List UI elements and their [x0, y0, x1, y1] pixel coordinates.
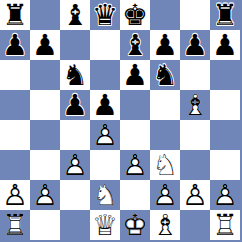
- square-e5[interactable]: [120, 90, 150, 120]
- square-e2[interactable]: [120, 180, 150, 210]
- square-g4[interactable]: [180, 120, 210, 150]
- square-g6[interactable]: [180, 60, 210, 90]
- square-d4[interactable]: ♟♙: [90, 120, 120, 150]
- black-bishop-icon[interactable]: ♝: [120, 30, 150, 60]
- black-bishop-fill: ♝: [120, 30, 150, 60]
- black-pawn-fill: ♟: [90, 90, 120, 120]
- black-knight-icon[interactable]: ♞: [150, 60, 180, 90]
- square-f2[interactable]: ♟♙: [150, 180, 180, 210]
- white-bishop-outline: ♗: [150, 210, 180, 240]
- square-d6[interactable]: [90, 60, 120, 90]
- white-queen-icon[interactable]: ♛♕: [90, 210, 120, 240]
- square-f5[interactable]: [150, 90, 180, 120]
- square-d5[interactable]: ♟: [90, 90, 120, 120]
- white-pawn-outline: ♙: [210, 180, 240, 210]
- black-queen-icon[interactable]: ♛: [90, 0, 120, 30]
- white-pawn-icon[interactable]: ♟♙: [150, 180, 180, 210]
- square-h7[interactable]: ♟: [210, 30, 240, 60]
- white-knight-icon[interactable]: ♞♘: [90, 180, 120, 210]
- black-pawn-fill: ♟: [180, 30, 210, 60]
- square-c4[interactable]: [60, 120, 90, 150]
- square-a7[interactable]: ♟: [0, 30, 30, 60]
- square-h5[interactable]: [210, 90, 240, 120]
- square-a8[interactable]: ♜: [0, 0, 30, 30]
- white-knight-outline: ♘: [150, 150, 180, 180]
- black-pawn-icon[interactable]: ♟: [180, 30, 210, 60]
- square-c5[interactable]: ♟: [60, 90, 90, 120]
- black-rook-fill: ♜: [0, 0, 30, 30]
- square-g7[interactable]: ♟: [180, 30, 210, 60]
- square-c3[interactable]: ♟♙: [60, 150, 90, 180]
- square-e3[interactable]: ♟♙: [120, 150, 150, 180]
- square-b4[interactable]: [30, 120, 60, 150]
- square-b7[interactable]: ♟: [30, 30, 60, 60]
- white-queen-outline: ♕: [90, 210, 120, 240]
- square-f7[interactable]: ♟: [150, 30, 180, 60]
- square-d2[interactable]: ♞♘: [90, 180, 120, 210]
- square-h8[interactable]: ♜: [210, 0, 240, 30]
- square-d8[interactable]: ♛: [90, 0, 120, 30]
- black-pawn-icon[interactable]: ♟: [150, 30, 180, 60]
- square-a5[interactable]: [0, 90, 30, 120]
- square-c1[interactable]: [60, 210, 90, 240]
- white-pawn-icon[interactable]: ♟♙: [180, 180, 210, 210]
- black-pawn-icon[interactable]: ♟: [30, 30, 60, 60]
- black-knight-icon[interactable]: ♞: [60, 60, 90, 90]
- chess-board: ♜♝♛♚♜♟♟♝♟♟♟♞♟♞♟♟♝♗♟♙♟♙♟♙♞♘♟♙♟♙♞♘♟♙♟♙♟♙♜♖…: [0, 0, 242, 242]
- square-c8[interactable]: ♝: [60, 0, 90, 30]
- square-c6[interactable]: ♞: [60, 60, 90, 90]
- black-pawn-fill: ♟: [150, 30, 180, 60]
- square-h6[interactable]: [210, 60, 240, 90]
- board-grid: ♜♝♛♚♜♟♟♝♟♟♟♞♟♞♟♟♝♗♟♙♟♙♟♙♞♘♟♙♟♙♞♘♟♙♟♙♟♙♜♖…: [0, 0, 240, 240]
- square-b3[interactable]: [30, 150, 60, 180]
- white-bishop-outline: ♗: [180, 90, 210, 120]
- black-pawn-fill: ♟: [210, 30, 240, 60]
- square-h2[interactable]: ♟♙: [210, 180, 240, 210]
- black-rook-fill: ♜: [210, 0, 240, 30]
- square-a4[interactable]: [0, 120, 30, 150]
- square-b8[interactable]: [30, 0, 60, 30]
- square-f6[interactable]: ♞: [150, 60, 180, 90]
- square-g3[interactable]: [180, 150, 210, 180]
- square-f3[interactable]: ♞♘: [150, 150, 180, 180]
- square-a2[interactable]: ♟♙: [0, 180, 30, 210]
- square-b6[interactable]: [30, 60, 60, 90]
- black-pawn-fill: ♟: [60, 90, 90, 120]
- square-b5[interactable]: [30, 90, 60, 120]
- black-pawn-icon[interactable]: ♟: [0, 30, 30, 60]
- black-queen-fill: ♛: [90, 0, 120, 30]
- white-pawn-outline: ♙: [90, 120, 120, 150]
- square-h4[interactable]: [210, 120, 240, 150]
- square-f4[interactable]: [150, 120, 180, 150]
- white-pawn-outline: ♙: [60, 150, 90, 180]
- square-b2[interactable]: ♟♙: [30, 180, 60, 210]
- black-knight-fill: ♞: [60, 60, 90, 90]
- white-pawn-outline: ♙: [120, 150, 150, 180]
- black-king-fill: ♚: [120, 0, 150, 30]
- white-bishop-icon[interactable]: ♝♗: [180, 90, 210, 120]
- white-king-outline: ♔: [120, 210, 150, 240]
- white-rook-outline: ♖: [0, 210, 30, 240]
- white-pawn-icon[interactable]: ♟♙: [120, 150, 150, 180]
- square-b1[interactable]: [30, 210, 60, 240]
- white-pawn-icon[interactable]: ♟♙: [210, 180, 240, 210]
- black-pawn-icon[interactable]: ♟: [60, 90, 90, 120]
- square-c2[interactable]: [60, 180, 90, 210]
- white-pawn-icon[interactable]: ♟♙: [60, 150, 90, 180]
- black-bishop-fill: ♝: [60, 0, 90, 30]
- square-f8[interactable]: [150, 0, 180, 30]
- square-d1[interactable]: ♛♕: [90, 210, 120, 240]
- black-king-icon[interactable]: ♚: [120, 0, 150, 30]
- square-a3[interactable]: [0, 150, 30, 180]
- square-h1[interactable]: ♜♖: [210, 210, 240, 240]
- square-g5[interactable]: ♝♗: [180, 90, 210, 120]
- square-f1[interactable]: ♝♗: [150, 210, 180, 240]
- white-pawn-icon[interactable]: ♟♙: [90, 120, 120, 150]
- square-a6[interactable]: [0, 60, 30, 90]
- white-bishop-icon[interactable]: ♝♗: [150, 210, 180, 240]
- square-g8[interactable]: [180, 0, 210, 30]
- white-pawn-icon[interactable]: ♟♙: [30, 180, 60, 210]
- white-pawn-icon[interactable]: ♟♙: [0, 180, 30, 210]
- square-e7[interactable]: ♝: [120, 30, 150, 60]
- white-pawn-outline: ♙: [150, 180, 180, 210]
- square-e8[interactable]: ♚: [120, 0, 150, 30]
- white-pawn-outline: ♙: [30, 180, 60, 210]
- black-pawn-icon[interactable]: ♟: [210, 30, 240, 60]
- black-pawn-fill: ♟: [30, 30, 60, 60]
- square-e1[interactable]: ♚♔: [120, 210, 150, 240]
- black-bishop-icon[interactable]: ♝: [60, 0, 90, 30]
- white-knight-outline: ♘: [90, 180, 120, 210]
- white-pawn-outline: ♙: [0, 180, 30, 210]
- white-rook-icon[interactable]: ♜♖: [0, 210, 30, 240]
- black-rook-icon[interactable]: ♜: [0, 0, 30, 30]
- square-a1[interactable]: ♜♖: [0, 210, 30, 240]
- square-h3[interactable]: [210, 150, 240, 180]
- white-rook-outline: ♖: [210, 210, 240, 240]
- black-pawn-icon[interactable]: ♟: [120, 60, 150, 90]
- white-king-icon[interactable]: ♚♔: [120, 210, 150, 240]
- black-pawn-fill: ♟: [120, 60, 150, 90]
- square-d3[interactable]: [90, 150, 120, 180]
- white-rook-icon[interactable]: ♜♖: [210, 210, 240, 240]
- black-knight-fill: ♞: [150, 60, 180, 90]
- white-knight-icon[interactable]: ♞♘: [150, 150, 180, 180]
- square-c7[interactable]: [60, 30, 90, 60]
- square-e4[interactable]: [120, 120, 150, 150]
- square-g1[interactable]: [180, 210, 210, 240]
- black-pawn-fill: ♟: [0, 30, 30, 60]
- black-pawn-icon[interactable]: ♟: [90, 90, 120, 120]
- square-e6[interactable]: ♟: [120, 60, 150, 90]
- square-g2[interactable]: ♟♙: [180, 180, 210, 210]
- square-d7[interactable]: [90, 30, 120, 60]
- black-rook-icon[interactable]: ♜: [210, 0, 240, 30]
- white-pawn-outline: ♙: [180, 180, 210, 210]
